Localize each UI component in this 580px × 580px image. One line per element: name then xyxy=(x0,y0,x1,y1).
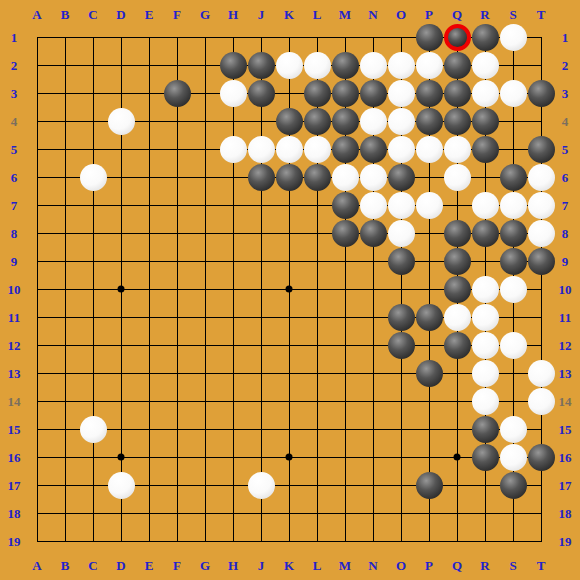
intersection[interactable] xyxy=(499,443,527,471)
white-stone[interactable] xyxy=(304,52,331,79)
intersection[interactable] xyxy=(331,23,359,51)
intersection[interactable] xyxy=(499,191,527,219)
intersection[interactable] xyxy=(471,191,499,219)
black-stone[interactable] xyxy=(304,108,331,135)
intersection[interactable] xyxy=(219,107,247,135)
intersection[interactable] xyxy=(303,79,331,107)
black-stone[interactable] xyxy=(304,164,331,191)
intersection[interactable] xyxy=(359,163,387,191)
intersection[interactable] xyxy=(23,135,51,163)
intersection[interactable] xyxy=(79,275,107,303)
intersection[interactable] xyxy=(359,107,387,135)
intersection[interactable] xyxy=(527,303,555,331)
intersection[interactable] xyxy=(219,79,247,107)
intersection[interactable] xyxy=(219,331,247,359)
black-stone[interactable] xyxy=(248,80,275,107)
intersection[interactable] xyxy=(499,163,527,191)
intersection[interactable] xyxy=(275,359,303,387)
intersection[interactable] xyxy=(135,443,163,471)
intersection[interactable] xyxy=(163,191,191,219)
intersection[interactable] xyxy=(135,499,163,527)
intersection[interactable] xyxy=(275,471,303,499)
intersection[interactable] xyxy=(499,79,527,107)
white-stone[interactable] xyxy=(108,472,135,499)
black-stone[interactable] xyxy=(416,360,443,387)
black-stone[interactable] xyxy=(500,472,527,499)
intersection[interactable] xyxy=(79,443,107,471)
intersection[interactable] xyxy=(163,79,191,107)
black-stone[interactable] xyxy=(444,332,471,359)
intersection[interactable] xyxy=(275,303,303,331)
intersection[interactable] xyxy=(471,387,499,415)
intersection[interactable] xyxy=(331,135,359,163)
intersection[interactable] xyxy=(443,191,471,219)
intersection[interactable] xyxy=(79,415,107,443)
white-stone[interactable] xyxy=(248,472,275,499)
intersection[interactable] xyxy=(443,387,471,415)
intersection[interactable] xyxy=(387,135,415,163)
black-stone[interactable] xyxy=(332,192,359,219)
intersection[interactable] xyxy=(527,51,555,79)
intersection[interactable] xyxy=(415,51,443,79)
intersection[interactable] xyxy=(331,219,359,247)
intersection[interactable] xyxy=(359,275,387,303)
intersection[interactable] xyxy=(359,303,387,331)
intersection[interactable] xyxy=(303,23,331,51)
intersection[interactable] xyxy=(107,275,135,303)
black-stone[interactable] xyxy=(416,80,443,107)
white-stone[interactable] xyxy=(80,416,107,443)
intersection[interactable] xyxy=(23,247,51,275)
intersection[interactable] xyxy=(191,387,219,415)
intersection[interactable] xyxy=(359,23,387,51)
intersection[interactable] xyxy=(135,79,163,107)
intersection[interactable] xyxy=(527,135,555,163)
black-stone[interactable] xyxy=(388,248,415,275)
intersection[interactable] xyxy=(499,303,527,331)
intersection[interactable] xyxy=(359,247,387,275)
intersection[interactable] xyxy=(79,471,107,499)
intersection[interactable] xyxy=(415,415,443,443)
intersection[interactable] xyxy=(499,331,527,359)
intersection[interactable] xyxy=(471,471,499,499)
intersection[interactable] xyxy=(79,163,107,191)
intersection[interactable] xyxy=(23,443,51,471)
white-stone[interactable] xyxy=(472,332,499,359)
intersection[interactable] xyxy=(247,51,275,79)
intersection[interactable] xyxy=(275,23,303,51)
intersection[interactable] xyxy=(135,51,163,79)
intersection[interactable] xyxy=(415,359,443,387)
black-stone[interactable] xyxy=(360,136,387,163)
white-stone[interactable] xyxy=(444,136,471,163)
black-stone[interactable] xyxy=(164,80,191,107)
intersection[interactable] xyxy=(275,415,303,443)
intersection[interactable] xyxy=(191,23,219,51)
intersection[interactable] xyxy=(359,135,387,163)
intersection[interactable] xyxy=(163,499,191,527)
intersection[interactable] xyxy=(135,303,163,331)
intersection[interactable] xyxy=(499,359,527,387)
intersection[interactable] xyxy=(107,415,135,443)
intersection[interactable] xyxy=(443,107,471,135)
black-stone[interactable] xyxy=(304,80,331,107)
intersection[interactable] xyxy=(23,303,51,331)
intersection[interactable] xyxy=(471,527,499,555)
intersection[interactable] xyxy=(107,443,135,471)
intersection[interactable] xyxy=(275,387,303,415)
black-stone[interactable] xyxy=(472,416,499,443)
white-stone[interactable] xyxy=(500,24,527,51)
intersection[interactable] xyxy=(107,359,135,387)
white-stone[interactable] xyxy=(220,80,247,107)
intersection[interactable] xyxy=(135,527,163,555)
intersection[interactable] xyxy=(79,135,107,163)
intersection[interactable] xyxy=(79,107,107,135)
white-stone[interactable] xyxy=(444,164,471,191)
intersection[interactable] xyxy=(359,387,387,415)
intersection[interactable] xyxy=(527,359,555,387)
intersection[interactable] xyxy=(303,443,331,471)
white-stone[interactable] xyxy=(500,192,527,219)
white-stone[interactable] xyxy=(388,52,415,79)
intersection[interactable] xyxy=(23,331,51,359)
intersection[interactable] xyxy=(23,51,51,79)
black-stone[interactable] xyxy=(500,164,527,191)
intersection[interactable] xyxy=(219,359,247,387)
intersection[interactable] xyxy=(443,163,471,191)
intersection[interactable] xyxy=(331,107,359,135)
intersection[interactable] xyxy=(527,107,555,135)
intersection[interactable] xyxy=(51,163,79,191)
intersection[interactable] xyxy=(163,23,191,51)
intersection[interactable] xyxy=(527,23,555,51)
intersection[interactable] xyxy=(443,135,471,163)
intersection[interactable] xyxy=(387,219,415,247)
intersection[interactable] xyxy=(387,443,415,471)
intersection[interactable] xyxy=(51,331,79,359)
intersection[interactable] xyxy=(51,247,79,275)
intersection[interactable] xyxy=(471,51,499,79)
intersection[interactable] xyxy=(163,219,191,247)
intersection[interactable] xyxy=(275,135,303,163)
intersection[interactable] xyxy=(163,107,191,135)
intersection[interactable] xyxy=(415,443,443,471)
black-stone-last-move-marker[interactable] xyxy=(444,24,471,51)
intersection[interactable] xyxy=(527,387,555,415)
intersection[interactable] xyxy=(191,107,219,135)
intersection[interactable] xyxy=(331,303,359,331)
intersection[interactable] xyxy=(219,275,247,303)
intersection[interactable] xyxy=(79,23,107,51)
black-stone[interactable] xyxy=(472,220,499,247)
intersection[interactable] xyxy=(191,471,219,499)
intersection[interactable] xyxy=(443,51,471,79)
intersection[interactable] xyxy=(275,191,303,219)
intersection[interactable] xyxy=(191,247,219,275)
intersection[interactable] xyxy=(107,107,135,135)
white-stone[interactable] xyxy=(276,52,303,79)
intersection[interactable] xyxy=(247,387,275,415)
intersection[interactable] xyxy=(191,275,219,303)
intersection[interactable] xyxy=(331,79,359,107)
intersection[interactable] xyxy=(387,163,415,191)
intersection[interactable] xyxy=(359,359,387,387)
intersection[interactable] xyxy=(471,135,499,163)
white-stone[interactable] xyxy=(500,332,527,359)
black-stone[interactable] xyxy=(388,304,415,331)
intersection[interactable] xyxy=(499,527,527,555)
intersection[interactable] xyxy=(415,331,443,359)
intersection[interactable] xyxy=(331,359,359,387)
intersection[interactable] xyxy=(107,79,135,107)
intersection[interactable] xyxy=(247,107,275,135)
intersection[interactable] xyxy=(275,247,303,275)
white-stone[interactable] xyxy=(528,192,555,219)
intersection[interactable] xyxy=(135,163,163,191)
intersection[interactable] xyxy=(499,415,527,443)
white-stone[interactable] xyxy=(500,80,527,107)
intersection[interactable] xyxy=(415,499,443,527)
intersection[interactable] xyxy=(247,303,275,331)
black-stone[interactable] xyxy=(472,108,499,135)
intersection[interactable] xyxy=(275,275,303,303)
intersection[interactable] xyxy=(527,247,555,275)
black-stone[interactable] xyxy=(444,80,471,107)
intersection[interactable] xyxy=(527,331,555,359)
intersection[interactable] xyxy=(219,23,247,51)
black-stone[interactable] xyxy=(332,220,359,247)
intersection[interactable] xyxy=(107,135,135,163)
white-stone[interactable] xyxy=(388,192,415,219)
intersection[interactable] xyxy=(499,51,527,79)
white-stone[interactable] xyxy=(80,164,107,191)
intersection[interactable] xyxy=(443,443,471,471)
black-stone[interactable] xyxy=(444,108,471,135)
black-stone[interactable] xyxy=(416,24,443,51)
intersection[interactable] xyxy=(387,359,415,387)
intersection[interactable] xyxy=(443,499,471,527)
intersection[interactable] xyxy=(219,527,247,555)
black-stone[interactable] xyxy=(248,164,275,191)
intersection[interactable] xyxy=(163,247,191,275)
intersection[interactable] xyxy=(51,51,79,79)
white-stone[interactable] xyxy=(416,136,443,163)
white-stone[interactable] xyxy=(500,444,527,471)
black-stone[interactable] xyxy=(528,80,555,107)
intersection[interactable] xyxy=(443,79,471,107)
intersection[interactable] xyxy=(79,527,107,555)
intersection[interactable] xyxy=(79,247,107,275)
intersection[interactable] xyxy=(191,443,219,471)
intersection[interactable] xyxy=(303,415,331,443)
intersection[interactable] xyxy=(527,219,555,247)
intersection[interactable] xyxy=(219,471,247,499)
white-stone[interactable] xyxy=(500,276,527,303)
intersection[interactable] xyxy=(359,527,387,555)
intersection[interactable] xyxy=(247,331,275,359)
intersection[interactable] xyxy=(303,359,331,387)
intersection[interactable] xyxy=(247,247,275,275)
intersection[interactable] xyxy=(247,219,275,247)
black-stone[interactable] xyxy=(388,332,415,359)
black-stone[interactable] xyxy=(360,80,387,107)
intersection[interactable] xyxy=(163,359,191,387)
intersection[interactable] xyxy=(443,303,471,331)
intersection[interactable] xyxy=(387,415,415,443)
black-stone[interactable] xyxy=(332,52,359,79)
intersection[interactable] xyxy=(23,23,51,51)
intersection[interactable] xyxy=(275,331,303,359)
intersection[interactable] xyxy=(23,387,51,415)
intersection[interactable] xyxy=(527,415,555,443)
white-stone[interactable] xyxy=(444,304,471,331)
intersection[interactable] xyxy=(79,331,107,359)
black-stone[interactable] xyxy=(360,220,387,247)
intersection[interactable] xyxy=(191,163,219,191)
intersection[interactable] xyxy=(387,51,415,79)
intersection[interactable] xyxy=(163,331,191,359)
intersection[interactable] xyxy=(135,135,163,163)
white-stone[interactable] xyxy=(388,80,415,107)
intersection[interactable] xyxy=(275,79,303,107)
intersection[interactable] xyxy=(107,303,135,331)
intersection[interactable] xyxy=(219,51,247,79)
intersection[interactable] xyxy=(51,359,79,387)
intersection[interactable] xyxy=(275,163,303,191)
intersection[interactable] xyxy=(247,359,275,387)
intersection[interactable] xyxy=(51,527,79,555)
intersection[interactable] xyxy=(499,387,527,415)
intersection[interactable] xyxy=(191,51,219,79)
intersection[interactable] xyxy=(107,331,135,359)
black-stone[interactable] xyxy=(332,108,359,135)
intersection[interactable] xyxy=(191,359,219,387)
intersection[interactable] xyxy=(443,247,471,275)
intersection[interactable] xyxy=(471,499,499,527)
intersection[interactable] xyxy=(219,415,247,443)
white-stone[interactable] xyxy=(500,416,527,443)
intersection[interactable] xyxy=(499,499,527,527)
white-stone[interactable] xyxy=(360,52,387,79)
intersection[interactable] xyxy=(219,191,247,219)
intersection[interactable] xyxy=(219,163,247,191)
intersection[interactable] xyxy=(79,499,107,527)
black-stone[interactable] xyxy=(444,52,471,79)
intersection[interactable] xyxy=(219,247,247,275)
intersection[interactable] xyxy=(415,247,443,275)
intersection[interactable] xyxy=(79,51,107,79)
intersection[interactable] xyxy=(163,51,191,79)
intersection[interactable] xyxy=(51,471,79,499)
black-stone[interactable] xyxy=(528,444,555,471)
intersection[interactable] xyxy=(303,163,331,191)
intersection[interactable] xyxy=(135,23,163,51)
intersection[interactable] xyxy=(23,79,51,107)
intersection[interactable] xyxy=(415,471,443,499)
intersection[interactable] xyxy=(135,331,163,359)
intersection[interactable] xyxy=(163,527,191,555)
intersection[interactable] xyxy=(191,219,219,247)
intersection[interactable] xyxy=(415,79,443,107)
black-stone[interactable] xyxy=(444,276,471,303)
intersection[interactable] xyxy=(247,275,275,303)
intersection[interactable] xyxy=(247,527,275,555)
intersection[interactable] xyxy=(135,219,163,247)
intersection[interactable] xyxy=(303,387,331,415)
intersection[interactable] xyxy=(163,303,191,331)
intersection[interactable] xyxy=(359,219,387,247)
intersection[interactable] xyxy=(275,527,303,555)
intersection[interactable] xyxy=(331,387,359,415)
intersection[interactable] xyxy=(163,275,191,303)
intersection[interactable] xyxy=(387,23,415,51)
white-stone[interactable] xyxy=(416,52,443,79)
intersection[interactable] xyxy=(359,443,387,471)
intersection[interactable] xyxy=(303,527,331,555)
intersection[interactable] xyxy=(471,247,499,275)
intersection[interactable] xyxy=(387,331,415,359)
intersection[interactable] xyxy=(51,303,79,331)
intersection[interactable] xyxy=(303,51,331,79)
intersection[interactable] xyxy=(499,135,527,163)
intersection[interactable] xyxy=(51,79,79,107)
intersection[interactable] xyxy=(443,359,471,387)
intersection[interactable] xyxy=(247,471,275,499)
intersection[interactable] xyxy=(471,275,499,303)
black-stone[interactable] xyxy=(220,52,247,79)
white-stone[interactable] xyxy=(108,108,135,135)
intersection[interactable] xyxy=(303,331,331,359)
intersection[interactable] xyxy=(471,107,499,135)
intersection[interactable] xyxy=(107,51,135,79)
intersection[interactable] xyxy=(387,527,415,555)
black-stone[interactable] xyxy=(500,220,527,247)
intersection[interactable] xyxy=(527,527,555,555)
intersection[interactable] xyxy=(107,163,135,191)
intersection[interactable] xyxy=(415,107,443,135)
intersection[interactable] xyxy=(499,219,527,247)
intersection[interactable] xyxy=(331,415,359,443)
intersection[interactable] xyxy=(51,191,79,219)
white-stone[interactable] xyxy=(220,136,247,163)
intersection[interactable] xyxy=(331,527,359,555)
white-stone[interactable] xyxy=(304,136,331,163)
intersection[interactable] xyxy=(107,471,135,499)
intersection[interactable] xyxy=(527,191,555,219)
intersection[interactable] xyxy=(23,499,51,527)
black-stone[interactable] xyxy=(416,472,443,499)
intersection[interactable] xyxy=(471,23,499,51)
intersection[interactable] xyxy=(23,359,51,387)
intersection[interactable] xyxy=(163,415,191,443)
intersection[interactable] xyxy=(79,359,107,387)
black-stone[interactable] xyxy=(276,164,303,191)
intersection[interactable] xyxy=(191,135,219,163)
intersection[interactable] xyxy=(387,79,415,107)
white-stone[interactable] xyxy=(528,360,555,387)
black-stone[interactable] xyxy=(332,80,359,107)
intersection[interactable] xyxy=(163,443,191,471)
intersection[interactable] xyxy=(499,23,527,51)
intersection[interactable] xyxy=(527,499,555,527)
intersection[interactable] xyxy=(247,499,275,527)
black-stone[interactable] xyxy=(528,248,555,275)
intersection[interactable] xyxy=(471,331,499,359)
intersection[interactable] xyxy=(303,107,331,135)
black-stone[interactable] xyxy=(276,108,303,135)
intersection[interactable] xyxy=(107,499,135,527)
